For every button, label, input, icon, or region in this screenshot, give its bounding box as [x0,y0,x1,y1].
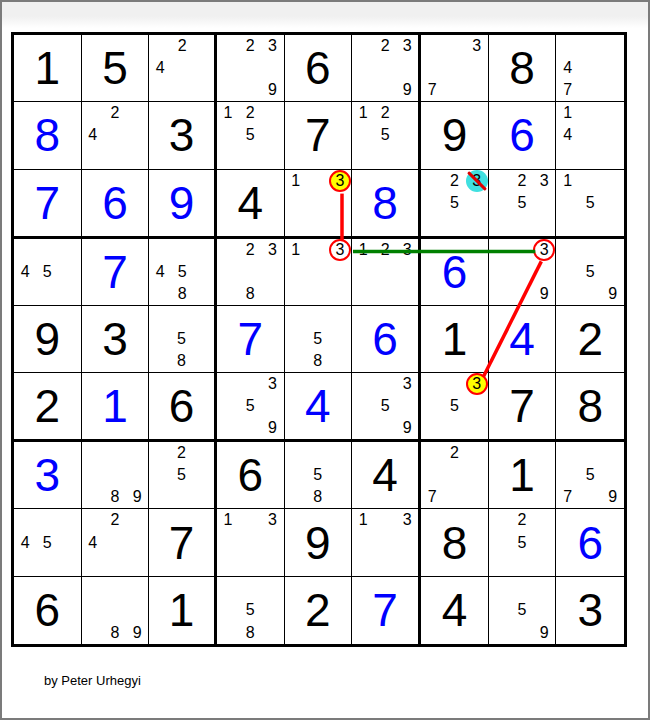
candidate: 2 [443,442,465,464]
candidate: 2 [239,102,261,124]
candidate: 8 [171,350,193,372]
candidate: 1 [557,170,579,192]
cell-value: 6 [421,239,488,305]
cell-value: 6 [82,170,149,236]
candidate: 8 [239,622,261,644]
candidate-grid: 239 [352,35,418,101]
cell-r7c3[interactable]: 25 [149,442,217,509]
cell-r5c1[interactable]: 9 [14,306,82,373]
candidate: 5 [579,261,601,283]
candidate: 9 [533,283,555,305]
cell-r2c7[interactable]: 9 [421,102,489,169]
candidate-grid: 45 [14,509,81,575]
candidate: 2 [239,239,261,261]
candidate: 3 [261,509,283,531]
candidate: 2 [443,170,465,192]
candidate: 9 [396,417,418,439]
candidate-eliminated: 3 [466,170,488,192]
cell-r8c2[interactable]: 24 [82,509,150,576]
cell-r7c1[interactable]: 3 [14,442,82,509]
candidate: 2 [374,102,396,124]
candidate: 4 [14,261,36,283]
cell-value: 6 [217,442,284,508]
candidate: 1 [352,102,374,124]
candidate: 2 [374,35,396,57]
page: 1524239623937847824312571259614769413823… [0,0,650,720]
cell-value: 1 [82,373,149,439]
cell-value: 4 [489,306,556,372]
candidate: 5 [443,192,465,214]
candidate-grid: 25 [489,509,556,575]
candidate: 5 [511,192,533,214]
cell-r4c7[interactable]: 6 [421,239,489,306]
cell-r1c4[interactable]: 239 [217,35,285,102]
cell-r6c4[interactable]: 359 [217,373,285,442]
candidate-grid: 37 [421,35,488,101]
cell-r9c4[interactable]: 58 [217,577,285,644]
candidate: 1 [557,102,579,124]
candidate: 3 [533,170,555,192]
cell-r8c8[interactable]: 25 [489,509,557,576]
candidate: 5 [239,395,261,417]
candidate: 7 [557,79,579,101]
candidate-grid: 15 [556,170,624,236]
cell-value: 7 [149,509,214,575]
cell-value: 6 [149,373,214,439]
candidate-grid: 58 [149,306,214,372]
cell-r9c3[interactable]: 1 [149,577,217,644]
cell-r4c3[interactable]: 458 [149,239,217,306]
cell-value: 1 [421,306,488,372]
cell-r9c8[interactable]: 59 [489,577,557,644]
sudoku-board: 1524239623937847824312571259614769413823… [11,32,627,647]
candidate-grid: 58 [217,577,284,644]
cell-r3c5[interactable]: 13 [285,170,353,239]
cell-r3c4[interactable]: 4 [217,170,285,239]
cell-r2c9[interactable]: 14 [556,102,624,169]
credit-text: by Peter Urhegyi [44,673,141,688]
cell-r4c2[interactable]: 7 [82,239,150,306]
cell-value: 4 [285,373,352,439]
candidate: 4 [82,124,104,146]
candidate-chain-node: 3 [533,239,555,261]
cell-r3c8[interactable]: 235 [489,170,557,239]
candidate: 5 [307,464,329,486]
cell-r7c7[interactable]: 27 [421,442,489,509]
cell-r6c6[interactable]: 359 [352,373,421,442]
cell-r3c7[interactable]: 235 [421,170,489,239]
candidate-grid: 59 [556,239,624,305]
candidate: 8 [104,622,126,644]
candidate-grid: 58 [285,442,352,508]
candidate: 5 [443,395,465,417]
cell-value: 5 [82,35,149,101]
cell-r6c8[interactable]: 7 [489,373,557,442]
candidate: 3 [261,35,283,57]
cell-value: 7 [489,373,556,439]
cell-r5c6[interactable]: 6 [352,306,421,373]
candidate: 9 [261,79,283,101]
candidate-grid: 35 [421,373,488,439]
cell-value: 7 [352,577,418,644]
candidate: 7 [421,79,443,101]
candidate-grid: 47 [556,35,624,101]
candidate: 9 [126,486,148,508]
candidate: 2 [171,35,193,57]
cell-value: 6 [285,35,352,101]
candidate-grid: 89 [82,442,149,508]
cell-value: 8 [421,509,488,575]
cell-r1c6[interactable]: 239 [352,35,421,102]
cell-r8c1[interactable]: 45 [14,509,82,576]
cell-value: 9 [421,102,488,168]
cell-r5c9[interactable]: 2 [556,306,624,373]
candidate-grid: 89 [82,577,149,644]
cell-value: 7 [217,306,284,372]
candidate: 4 [557,124,579,146]
candidate: 5 [239,124,261,146]
candidate: 8 [307,350,329,372]
candidate-chain-node: 3 [329,239,351,261]
cell-r2c4[interactable]: 125 [217,102,285,169]
candidate: 5 [579,192,601,214]
candidate: 2 [104,102,126,124]
cell-r5c4[interactable]: 7 [217,306,285,373]
cell-r4c4[interactable]: 238 [217,239,285,306]
cell-r7c8[interactable]: 1 [489,442,557,509]
cell-r9c2[interactable]: 89 [82,577,150,644]
cell-r4c9[interactable]: 59 [556,239,624,306]
cell-r9c7[interactable]: 4 [421,577,489,644]
cell-value: 6 [556,509,624,575]
cell-value: 3 [14,442,81,508]
candidate-grid: 359 [217,373,284,439]
cell-r5c7[interactable]: 1 [421,306,489,373]
cell-r8c6[interactable]: 13 [352,509,421,576]
cell-value: 4 [352,442,418,508]
candidate: 7 [557,486,579,508]
candidate: 5 [239,599,261,621]
cell-value: 3 [556,577,624,644]
candidate-chain-endpoint: 3 [329,170,351,192]
cell-r2c2[interactable]: 24 [82,102,150,169]
cell-r8c9[interactable]: 6 [556,509,624,576]
cell-r6c3[interactable]: 6 [149,373,217,442]
candidate: 1 [217,102,239,124]
cell-value: 2 [14,373,81,439]
cell-r9c9[interactable]: 3 [556,577,624,644]
cell-r2c5[interactable]: 7 [285,102,353,169]
candidate-grid: 14 [556,102,624,168]
cell-r9c1[interactable]: 6 [14,577,82,644]
candidate-grid: 13 [217,509,284,575]
candidate-grid: 59 [489,577,556,644]
candidate: 1 [285,239,307,261]
candidate: 1 [352,239,374,261]
cell-value: 7 [14,170,81,236]
candidate: 5 [171,261,193,283]
cell-r8c7[interactable]: 8 [421,509,489,576]
cell-value: 2 [285,577,352,644]
cell-value: 6 [489,102,556,168]
candidate: 4 [149,57,171,79]
cell-r6c5[interactable]: 4 [285,373,353,442]
candidate: 8 [104,486,126,508]
candidate: 5 [579,464,601,486]
cell-r7c9[interactable]: 579 [556,442,624,509]
candidate-grid: 239 [217,35,284,101]
cell-value: 8 [489,35,556,101]
candidate: 2 [511,170,533,192]
cell-r1c3[interactable]: 24 [149,35,217,102]
cell-r6c1[interactable]: 2 [14,373,82,442]
candidate: 3 [396,35,418,57]
candidate: 8 [239,283,261,305]
cell-r3c3[interactable]: 9 [149,170,217,239]
candidate: 4 [557,57,579,79]
cell-value: 9 [285,509,352,575]
cell-value: 1 [149,577,214,644]
cell-r8c4[interactable]: 13 [217,509,285,576]
cell-r2c3[interactable]: 3 [149,102,217,169]
candidate-grid: 13 [352,509,418,575]
cell-value: 4 [217,170,284,236]
candidate: 3 [396,239,418,261]
candidate: 3 [396,373,418,395]
cell-r1c9[interactable]: 47 [556,35,624,102]
cell-r2c6[interactable]: 125 [352,102,421,169]
candidate: 9 [396,79,418,101]
cell-r5c5[interactable]: 58 [285,306,353,373]
cell-value: 3 [149,102,214,168]
candidate: 1 [217,509,239,531]
candidate: 5 [374,395,396,417]
candidate: 3 [396,509,418,531]
cell-r4c1[interactable]: 45 [14,239,82,306]
candidate-grid: 125 [352,102,418,168]
cell-r4c5[interactable]: 13 [285,239,353,306]
cell-r4c8[interactable]: 39 [489,239,557,306]
cell-value: 4 [421,577,488,644]
cell-r7c6[interactable]: 4 [352,442,421,509]
candidate-grid: 27 [421,442,488,508]
cell-value: 7 [285,102,352,168]
candidate-grid: 39 [489,239,556,305]
candidate: 1 [285,170,307,192]
candidate: 5 [36,532,58,554]
candidate: 5 [511,532,533,554]
candidate: 2 [511,509,533,531]
candidate: 5 [307,328,329,350]
cell-value: 3 [82,306,149,372]
cell-r1c8[interactable]: 8 [489,35,557,102]
candidate: 9 [533,622,555,644]
candidate-grid: 458 [149,239,214,305]
candidate: 8 [171,283,193,305]
candidate-grid: 25 [149,442,214,508]
cell-r7c4[interactable]: 6 [217,442,285,509]
cell-r3c2[interactable]: 6 [82,170,150,239]
cell-value: 6 [14,577,81,644]
cell-r6c9[interactable]: 8 [556,373,624,442]
cell-r5c2[interactable]: 3 [82,306,150,373]
cell-r3c1[interactable]: 7 [14,170,82,239]
cell-r3c6[interactable]: 8 [352,170,421,239]
candidate-grid: 235 [421,170,488,236]
cell-value: 1 [489,442,556,508]
candidate: 4 [82,532,104,554]
candidate-grid: 235 [489,170,556,236]
candidate: 4 [14,532,36,554]
candidate-grid: 58 [285,306,352,372]
candidate-grid: 24 [149,35,214,101]
cell-r5c3[interactable]: 58 [149,306,217,373]
cell-r7c5[interactable]: 58 [285,442,353,509]
candidate: 5 [171,328,193,350]
candidate-grid: 45 [14,239,81,305]
candidate: 2 [239,35,261,57]
candidate-grid: 24 [82,102,149,168]
cell-r2c8[interactable]: 6 [489,102,557,169]
candidate-grid: 13 [285,170,352,236]
cell-value: 7 [82,239,149,305]
candidate: 8 [307,486,329,508]
candidate-chain-endpoint: 3 [466,373,488,395]
candidate: 2 [104,509,126,531]
cell-r8c3[interactable]: 7 [149,509,217,576]
cell-value: 8 [352,170,418,236]
candidate: 3 [261,239,283,261]
cell-value: 1 [14,35,81,101]
candidate: 9 [602,283,624,305]
cell-r8c5[interactable]: 9 [285,509,353,576]
candidate: 4 [149,261,171,283]
candidate-grid: 123 [352,239,418,305]
candidate: 1 [352,509,374,531]
cell-r4c6[interactable]: 123 [352,239,421,306]
cell-value: 2 [556,306,624,372]
cell-value: 9 [14,306,81,372]
cell-r7c2[interactable]: 89 [82,442,150,509]
candidate: 2 [374,239,396,261]
cell-value: 9 [149,170,214,236]
candidate: 9 [602,486,624,508]
candidate-grid: 125 [217,102,284,168]
candidate-grid: 24 [82,509,149,575]
cell-r1c2[interactable]: 5 [82,35,150,102]
candidate: 5 [374,124,396,146]
candidate: 5 [36,261,58,283]
cell-r6c2[interactable]: 1 [82,373,150,442]
cell-r9c6[interactable]: 7 [352,577,421,644]
candidate-grid: 579 [556,442,624,508]
candidate: 3 [261,373,283,395]
candidate-grid: 359 [352,373,418,439]
candidate: 3 [466,35,488,57]
candidate: 9 [261,417,283,439]
cell-r1c7[interactable]: 37 [421,35,489,102]
cell-r9c5[interactable]: 2 [285,577,353,644]
candidate: 2 [171,442,193,464]
cell-value: 6 [352,306,418,372]
cell-value: 8 [556,373,624,439]
cell-r6c7[interactable]: 35 [421,373,489,442]
candidate: 5 [171,464,193,486]
candidate: 9 [126,622,148,644]
candidate-grid: 238 [217,239,284,305]
cell-r1c5[interactable]: 6 [285,35,353,102]
cell-r1c1[interactable]: 1 [14,35,82,102]
cell-r2c1[interactable]: 8 [14,102,82,169]
cell-r3c9[interactable]: 15 [556,170,624,239]
candidate: 5 [511,599,533,621]
candidate-grid: 13 [285,239,352,305]
cell-r5c8[interactable]: 4 [489,306,557,373]
cell-value: 8 [14,102,81,168]
candidate: 7 [421,486,443,508]
